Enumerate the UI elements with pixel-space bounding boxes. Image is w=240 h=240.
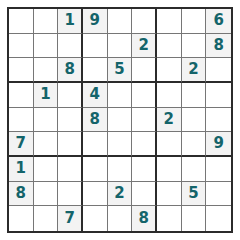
cell-r1c2-empty[interactable] <box>34 9 59 34</box>
cell-r5c2-empty[interactable] <box>34 108 59 133</box>
cell-r5c9-empty[interactable] <box>206 108 231 133</box>
cell-r8c2-empty[interactable] <box>34 182 59 207</box>
cell-r6c9-given-9: 9 <box>206 132 231 157</box>
cell-r9c4-empty[interactable] <box>83 206 108 231</box>
cell-r3c8-given-2: 2 <box>182 58 207 83</box>
cell-r2c7-empty[interactable] <box>157 34 182 59</box>
cell-r7c7-empty[interactable] <box>157 157 182 182</box>
cell-r4c6-empty[interactable] <box>132 83 157 108</box>
cell-r4c9-empty[interactable] <box>206 83 231 108</box>
cell-r3c1-empty[interactable] <box>9 58 34 83</box>
cell-r5c6-empty[interactable] <box>132 108 157 133</box>
cell-r3c3-given-8: 8 <box>58 58 83 83</box>
cell-r7c2-empty[interactable] <box>34 157 59 182</box>
cell-r3c6-empty[interactable] <box>132 58 157 83</box>
cell-r3c5-given-5: 5 <box>108 58 133 83</box>
cell-r1c3-given-1: 1 <box>58 9 83 34</box>
cell-r7c4-empty[interactable] <box>83 157 108 182</box>
cell-r4c5-empty[interactable] <box>108 83 133 108</box>
cell-r9c5-empty[interactable] <box>108 206 133 231</box>
cell-r8c4-empty[interactable] <box>83 182 108 207</box>
cell-r6c4-empty[interactable] <box>83 132 108 157</box>
cell-r1c9-given-6: 6 <box>206 9 231 34</box>
cell-r3c2-empty[interactable] <box>34 58 59 83</box>
cell-r9c7-empty[interactable] <box>157 206 182 231</box>
cell-r7c8-empty[interactable] <box>182 157 207 182</box>
cell-r1c8-empty[interactable] <box>182 9 207 34</box>
cell-r4c1-empty[interactable] <box>9 83 34 108</box>
cell-r5c5-empty[interactable] <box>108 108 133 133</box>
cell-r6c7-empty[interactable] <box>157 132 182 157</box>
cell-r4c7-empty[interactable] <box>157 83 182 108</box>
cell-r6c2-empty[interactable] <box>34 132 59 157</box>
cell-r8c6-empty[interactable] <box>132 182 157 207</box>
cell-r7c5-empty[interactable] <box>108 157 133 182</box>
cell-r3c9-empty[interactable] <box>206 58 231 83</box>
cell-r1c4-given-9: 9 <box>83 9 108 34</box>
cell-r6c3-empty[interactable] <box>58 132 83 157</box>
cell-r9c2-empty[interactable] <box>34 206 59 231</box>
cell-r3c7-empty[interactable] <box>157 58 182 83</box>
cell-r9c6-given-8: 8 <box>132 206 157 231</box>
cell-r7c6-empty[interactable] <box>132 157 157 182</box>
cell-r9c8-empty[interactable] <box>182 206 207 231</box>
cell-r2c8-empty[interactable] <box>182 34 207 59</box>
cell-r6c1-given-7: 7 <box>9 132 34 157</box>
cell-r3c4-empty[interactable] <box>83 58 108 83</box>
cell-r5c7-given-2: 2 <box>157 108 182 133</box>
cell-r6c8-empty[interactable] <box>182 132 207 157</box>
cell-r1c7-empty[interactable] <box>157 9 182 34</box>
cell-r5c8-empty[interactable] <box>182 108 207 133</box>
cell-r1c6-empty[interactable] <box>132 9 157 34</box>
cell-r2c3-empty[interactable] <box>58 34 83 59</box>
cell-r5c4-given-8: 8 <box>83 108 108 133</box>
cell-r4c4-given-4: 4 <box>83 83 108 108</box>
cell-r1c5-empty[interactable] <box>108 9 133 34</box>
cell-r9c3-given-7: 7 <box>58 206 83 231</box>
cell-r2c9-given-8: 8 <box>206 34 231 59</box>
sudoku-board: 19628852148279182578 <box>7 7 233 233</box>
cell-r4c8-empty[interactable] <box>182 83 207 108</box>
cell-r5c3-empty[interactable] <box>58 108 83 133</box>
cell-r9c1-empty[interactable] <box>9 206 34 231</box>
cell-r4c3-empty[interactable] <box>58 83 83 108</box>
cell-r8c9-empty[interactable] <box>206 182 231 207</box>
cell-r6c5-empty[interactable] <box>108 132 133 157</box>
cell-r8c5-given-2: 2 <box>108 182 133 207</box>
cell-r2c4-empty[interactable] <box>83 34 108 59</box>
cell-r8c3-empty[interactable] <box>58 182 83 207</box>
cell-r6c6-empty[interactable] <box>132 132 157 157</box>
cell-r7c3-empty[interactable] <box>58 157 83 182</box>
cell-r2c1-empty[interactable] <box>9 34 34 59</box>
cell-r4c2-given-1: 1 <box>34 83 59 108</box>
cell-r7c9-empty[interactable] <box>206 157 231 182</box>
cell-r8c7-empty[interactable] <box>157 182 182 207</box>
cell-r2c6-given-2: 2 <box>132 34 157 59</box>
cell-r2c5-empty[interactable] <box>108 34 133 59</box>
cell-r8c1-given-8: 8 <box>9 182 34 207</box>
cell-r5c1-empty[interactable] <box>9 108 34 133</box>
cell-r9c9-empty[interactable] <box>206 206 231 231</box>
cell-r1c1-empty[interactable] <box>9 9 34 34</box>
cell-r7c1-given-1: 1 <box>9 157 34 182</box>
cell-r2c2-empty[interactable] <box>34 34 59 59</box>
cell-r8c8-given-5: 5 <box>182 182 207 207</box>
